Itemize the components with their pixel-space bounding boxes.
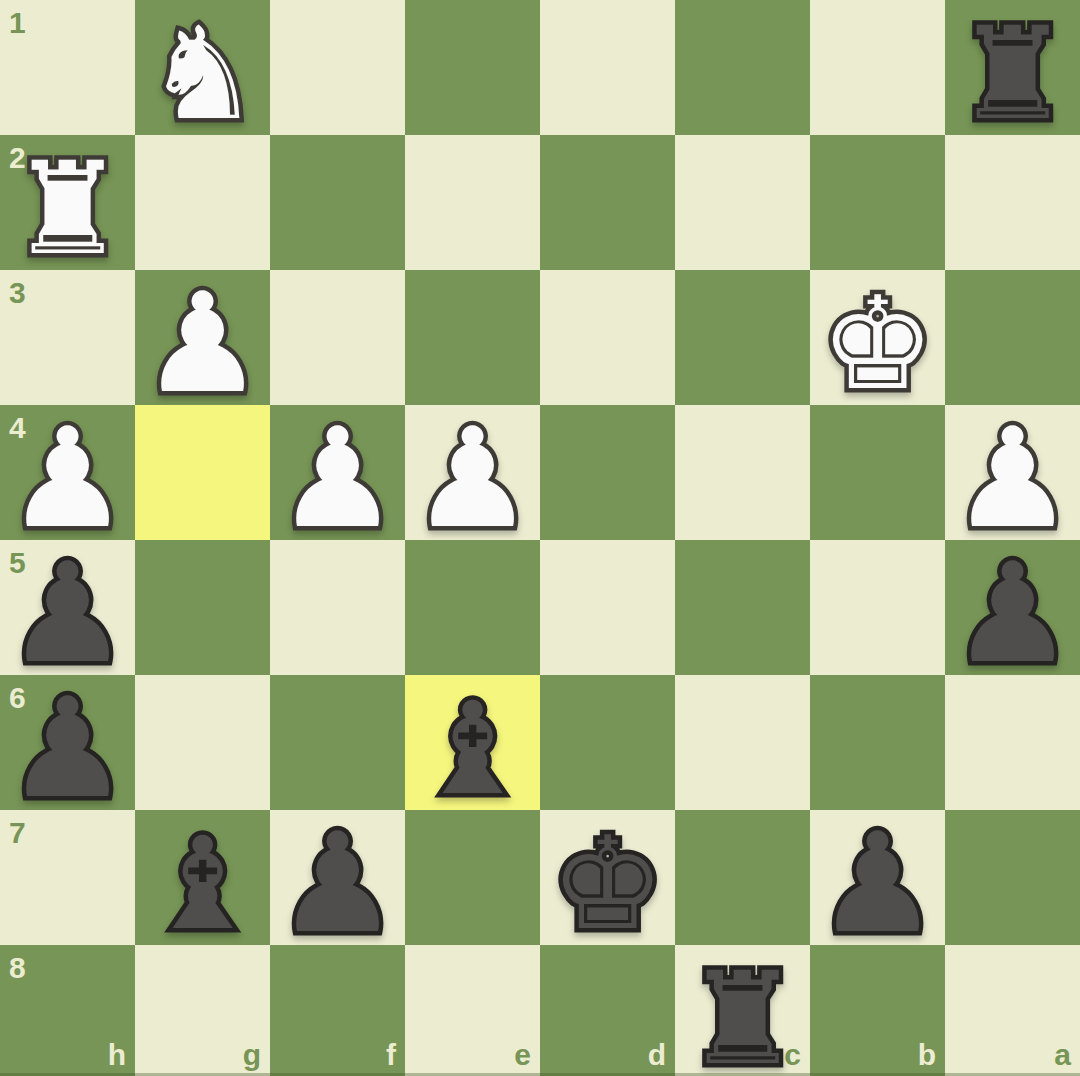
square-c5[interactable] — [675, 540, 810, 675]
file-label-b: b — [918, 1040, 936, 1070]
square-b8[interactable]: b — [810, 945, 945, 1076]
square-e1[interactable] — [405, 0, 540, 135]
square-d5[interactable] — [540, 540, 675, 675]
square-c7[interactable] — [675, 810, 810, 945]
square-g8[interactable]: g — [135, 945, 270, 1076]
square-e4[interactable]: ♟ — [405, 405, 540, 540]
file-label-g: g — [243, 1040, 261, 1070]
square-h1[interactable]: 1 — [0, 0, 135, 135]
square-b7[interactable]: ♟ — [810, 810, 945, 945]
square-f5[interactable] — [270, 540, 405, 675]
square-f2[interactable] — [270, 135, 405, 270]
rank-label-1: 1 — [9, 8, 26, 38]
black-pawn-piece[interactable]: ♟ — [945, 546, 1080, 681]
square-a8[interactable]: a — [945, 945, 1080, 1076]
square-c4[interactable] — [675, 405, 810, 540]
black-bishop-piece[interactable]: ♝ — [405, 681, 540, 816]
square-g4[interactable] — [135, 405, 270, 540]
square-e3[interactable] — [405, 270, 540, 405]
black-king-piece[interactable]: ♚ — [540, 816, 675, 951]
square-d4[interactable] — [540, 405, 675, 540]
black-bishop-piece[interactable]: ♝ — [135, 816, 270, 951]
square-f6[interactable] — [270, 675, 405, 810]
white-pawn-piece[interactable]: ♟ — [405, 411, 540, 546]
square-h5[interactable]: 5♟ — [0, 540, 135, 675]
square-g6[interactable] — [135, 675, 270, 810]
white-pawn-piece[interactable]: ♟ — [135, 276, 270, 411]
white-pawn-piece[interactable]: ♟ — [945, 411, 1080, 546]
square-a7[interactable] — [945, 810, 1080, 945]
square-h2[interactable]: 2♜ — [0, 135, 135, 270]
square-e6[interactable]: ♝ — [405, 675, 540, 810]
square-b2[interactable] — [810, 135, 945, 270]
square-h4[interactable]: 4♟ — [0, 405, 135, 540]
file-label-h: h — [108, 1040, 126, 1070]
square-e2[interactable] — [405, 135, 540, 270]
chess-board: 1♞♜2♜3♟♚4♟♟♟♟5♟♟6♟♝7♝♟♚♟8hgfedc♜ba — [0, 0, 1080, 1076]
square-h8[interactable]: 8h — [0, 945, 135, 1076]
square-b4[interactable] — [810, 405, 945, 540]
file-label-a: a — [1054, 1040, 1071, 1070]
black-pawn-piece[interactable]: ♟ — [270, 816, 405, 951]
rank-label-8: 8 — [9, 953, 26, 983]
file-label-f: f — [386, 1040, 396, 1070]
file-label-d: d — [648, 1040, 666, 1070]
black-pawn-piece[interactable]: ♟ — [0, 681, 135, 816]
square-e8[interactable]: e — [405, 945, 540, 1076]
square-a3[interactable] — [945, 270, 1080, 405]
square-a5[interactable]: ♟ — [945, 540, 1080, 675]
square-b1[interactable] — [810, 0, 945, 135]
square-c2[interactable] — [675, 135, 810, 270]
square-f1[interactable] — [270, 0, 405, 135]
black-rook-piece[interactable]: ♜ — [945, 6, 1080, 141]
black-pawn-piece[interactable]: ♟ — [810, 816, 945, 951]
square-c6[interactable] — [675, 675, 810, 810]
rank-label-3: 3 — [9, 278, 26, 308]
square-f3[interactable] — [270, 270, 405, 405]
square-d6[interactable] — [540, 675, 675, 810]
square-h3[interactable]: 3 — [0, 270, 135, 405]
square-h6[interactable]: 6♟ — [0, 675, 135, 810]
white-knight-piece[interactable]: ♞ — [135, 6, 270, 141]
square-g2[interactable] — [135, 135, 270, 270]
square-h7[interactable]: 7 — [0, 810, 135, 945]
square-a4[interactable]: ♟ — [945, 405, 1080, 540]
square-b3[interactable]: ♚ — [810, 270, 945, 405]
rank-label-7: 7 — [9, 818, 26, 848]
square-b6[interactable] — [810, 675, 945, 810]
square-c3[interactable] — [675, 270, 810, 405]
square-f7[interactable]: ♟ — [270, 810, 405, 945]
square-g3[interactable]: ♟ — [135, 270, 270, 405]
square-c1[interactable] — [675, 0, 810, 135]
square-c8[interactable]: c♜ — [675, 945, 810, 1076]
square-d7[interactable]: ♚ — [540, 810, 675, 945]
square-d8[interactable]: d — [540, 945, 675, 1076]
square-f8[interactable]: f — [270, 945, 405, 1076]
square-a2[interactable] — [945, 135, 1080, 270]
square-g5[interactable] — [135, 540, 270, 675]
white-pawn-piece[interactable]: ♟ — [270, 411, 405, 546]
black-pawn-piece[interactable]: ♟ — [0, 546, 135, 681]
square-d3[interactable] — [540, 270, 675, 405]
white-pawn-piece[interactable]: ♟ — [0, 411, 135, 546]
white-king-piece[interactable]: ♚ — [810, 276, 945, 411]
square-g7[interactable]: ♝ — [135, 810, 270, 945]
square-d2[interactable] — [540, 135, 675, 270]
square-f4[interactable]: ♟ — [270, 405, 405, 540]
square-e7[interactable] — [405, 810, 540, 945]
square-a1[interactable]: ♜ — [945, 0, 1080, 135]
square-e5[interactable] — [405, 540, 540, 675]
square-a6[interactable] — [945, 675, 1080, 810]
black-rook-piece[interactable]: ♜ — [675, 951, 810, 1076]
square-b5[interactable] — [810, 540, 945, 675]
square-g1[interactable]: ♞ — [135, 0, 270, 135]
square-d1[interactable] — [540, 0, 675, 135]
white-rook-piece[interactable]: ♜ — [0, 141, 135, 276]
file-label-e: e — [514, 1040, 531, 1070]
